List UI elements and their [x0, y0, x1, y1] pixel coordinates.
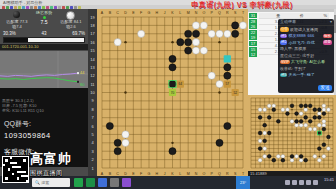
white-stone [299, 123, 303, 127]
white-stone [327, 147, 331, 151]
wechat-qr-code [2, 156, 29, 183]
chat-collapse-icon[interactable]: ▾ [330, 19, 332, 25]
white-stone [308, 127, 312, 131]
qq-group-label: QQ群号: [0, 113, 88, 129]
svg-text:70: 70 [171, 91, 175, 95]
black-stone [263, 123, 267, 127]
black-stone [258, 116, 262, 120]
row-coordinate-label: 14 [88, 57, 97, 62]
taskbar-app-icon[interactable] [110, 178, 119, 187]
analysis-info-line: 001-1720-001-10-10 [0, 44, 88, 50]
main-go-board[interactable]: 19181716151413121110987654321 AABBCCDDEE… [88, 9, 248, 176]
black-stone [322, 127, 326, 131]
white-stone [290, 158, 294, 162]
white-stone [200, 22, 207, 29]
white-stone [304, 108, 308, 112]
engine-eval: 绝艺形势 7.5 [29, 10, 59, 25]
black-stone [313, 116, 317, 120]
black-stone [114, 139, 121, 146]
spreadsheet-cell: 15 [249, 47, 257, 52]
black-stone [290, 104, 294, 108]
white-stone [263, 131, 267, 135]
black-stone [185, 30, 192, 37]
black-stone [232, 22, 239, 29]
row-coordinate-label: 5 [88, 132, 97, 137]
watermark-sub-text: 围棋直播间 [30, 169, 72, 178]
white-stone [208, 30, 215, 37]
row-coordinate-label: 3 [88, 149, 97, 154]
black-stone [304, 116, 308, 120]
white-stone [322, 119, 326, 123]
black-stone [169, 148, 176, 155]
white-stone [327, 108, 331, 112]
white-stone [313, 127, 317, 131]
chat-user-badge: SVIP [280, 60, 290, 65]
black-stone [317, 131, 321, 135]
white-stone [317, 123, 321, 127]
black-stone [169, 55, 176, 62]
black-stone [258, 131, 262, 135]
black-stone [299, 119, 303, 123]
black-stone [272, 158, 276, 162]
column-header: 价 [282, 13, 305, 18]
secondary-go-board[interactable] [248, 95, 336, 171]
chat-send-button[interactable]: 发送 [318, 85, 332, 91]
chat-message-list[interactable]: 公告欢迎进入直播间榜1棋友8888: 666舰长榜2小目飞刀: 白优提督路人甲:… [278, 26, 334, 78]
white-stone [299, 158, 303, 162]
black-stone [295, 112, 299, 116]
chat-message-text: 星位点三三: 这手好 [280, 53, 314, 58]
chat-user-badge: 榜1 [280, 34, 287, 39]
svg-text:52: 52 [233, 91, 237, 95]
svg-text:Q: Q [218, 11, 221, 15]
black-stone [295, 119, 299, 123]
white-stone [258, 108, 262, 112]
row-coordinate-label: 10 [88, 90, 97, 95]
white-stone [122, 139, 129, 146]
white-stone [258, 158, 262, 162]
chat-user-badge: 榜2 [280, 40, 287, 45]
column-header: % [306, 13, 329, 18]
board-row-coordinates: 19181716151413121110987654321 [88, 9, 97, 176]
white-stone [295, 123, 299, 127]
white-stone [192, 47, 199, 54]
row-coordinate-label: 8 [88, 107, 97, 112]
svg-text:J: J [164, 11, 166, 15]
column-header: 量 [259, 13, 282, 18]
white-stone [192, 39, 199, 46]
svg-text:H: H [156, 172, 159, 176]
svg-text:N: N [195, 172, 198, 176]
chat-message-text: 棋友8888: 666 [288, 33, 314, 38]
black-stone [317, 116, 321, 120]
row-coordinate-label: 1 [88, 166, 97, 171]
white-stone [192, 22, 199, 29]
spreadsheet-cell: 19 [249, 35, 257, 40]
svg-text:D: D [124, 11, 127, 15]
svg-text:C: C [116, 172, 119, 176]
svg-text:H: H [156, 11, 159, 15]
svg-text:N: N [195, 11, 198, 15]
white-stone [239, 22, 246, 29]
svg-text:R: R [226, 172, 229, 176]
black-stone [263, 139, 267, 143]
black-stone [317, 108, 321, 112]
search-icon: 🔍 [35, 180, 40, 185]
chat-header: 互动弹幕 ▾ [278, 19, 334, 26]
black-stone [185, 39, 192, 46]
black-match-sub: 吻7.4 [2, 24, 32, 29]
black-stone [258, 147, 262, 151]
taskbar-app-icon[interactable] [86, 178, 95, 187]
black-stone [276, 119, 280, 123]
white-stone [281, 154, 285, 158]
spreadsheet-cell: 12 [249, 52, 257, 57]
live-chat-panel[interactable]: 互动弹幕 ▾ 公告欢迎进入直播间榜1棋友8888: 666舰长榜2小目飞刀: 白… [278, 19, 334, 93]
black-stone [267, 154, 271, 158]
white-stone [281, 108, 285, 112]
chat-user-badge: 公告 [280, 27, 289, 32]
search-placeholder: 搜索 [41, 180, 49, 185]
players-bar: 匹配度 77.3 吻7.4 绝艺形势 7.5 匹配度 84.1 吻2.6 [0, 9, 88, 31]
winrate-numbers: 30.3% 43 69.7% [0, 31, 88, 37]
chat-user-badge: 榜3 [280, 73, 287, 78]
match-title-banner: 申真谞(九段) VS 李轩豪(九段) [148, 0, 336, 9]
svg-text:G: G [148, 11, 151, 15]
chat-rank-tag: 提督 [323, 40, 332, 45]
move-number: 43 [41, 31, 46, 37]
qq-group-number: 1093059864 [0, 129, 88, 140]
white-stone [299, 112, 303, 116]
white-stone [267, 104, 271, 108]
row-coordinate-label: 16 [88, 40, 97, 45]
svg-text:Q: Q [218, 172, 221, 176]
white-stone [263, 147, 267, 151]
winrate-bar-black-segment [4, 38, 28, 42]
svg-text:O: O [202, 11, 205, 15]
black-winrate: 30.3% [3, 31, 16, 37]
black-stone [224, 122, 231, 129]
white-stone [322, 108, 326, 112]
chat-message-text: 天元一手: 稳了 [288, 72, 314, 77]
taskbar-search-input[interactable]: 🔍 搜索 [32, 178, 70, 187]
black-stone [304, 104, 308, 108]
svg-text:80: 80 [80, 82, 85, 87]
background-spreadsheet-window[interactable]: 3128262219171512 量价%3.27.41+2.11.85.12-0… [248, 9, 336, 95]
white-stone [114, 39, 121, 46]
spreadsheet-cell: 17 [249, 41, 257, 46]
row-coordinate-label: 11 [88, 82, 97, 87]
black-stone [177, 39, 184, 46]
row-coordinate-label: 9 [88, 98, 97, 103]
black-player-stats: 匹配度 77.3 吻7.4 [2, 19, 32, 29]
black-stone [267, 131, 271, 135]
mini-board-canvas[interactable] [248, 95, 336, 171]
svg-text:J: J [164, 172, 166, 176]
white-stone [208, 72, 215, 79]
black-stone [281, 158, 285, 162]
row-coordinate-label: 12 [88, 73, 97, 78]
white-winrate: 69.7% [72, 31, 85, 37]
white-stone [322, 154, 326, 158]
main-board-canvas[interactable]: AABBCCDDEEFFGGHHJJKKLLMMNNOOPPQQRRSSTT64… [97, 9, 248, 176]
row-coordinate-label: 19 [88, 15, 97, 20]
tray-icon[interactable] [299, 180, 304, 185]
row-coordinate-label: 7 [88, 115, 97, 120]
white-stone [276, 154, 280, 158]
white-stone [258, 139, 262, 143]
svg-text:G: G [148, 172, 151, 176]
taskbar-clock[interactable]: 15:41 [324, 178, 334, 183]
tray-icon[interactable] [313, 180, 318, 185]
svg-text:L: L [179, 172, 181, 176]
black-player-stone-icon [13, 11, 20, 18]
taskbar-weather-widget[interactable]: 23° [236, 176, 250, 189]
black-stone [192, 30, 199, 37]
row-coordinate-label: 4 [88, 140, 97, 145]
black-stone [322, 112, 326, 116]
winrate-bar [3, 37, 85, 43]
white-stone [224, 30, 231, 37]
engine-name: 绝艺形势 [29, 10, 59, 15]
svg-text:O: O [202, 172, 205, 176]
svg-text:M: M [187, 11, 190, 15]
white-match-sub: 吻2.6 [56, 24, 86, 29]
chat-message-text: 路人甲: 黑棋厚 [280, 46, 306, 51]
white-stone [295, 154, 299, 158]
black-stone [232, 30, 239, 37]
tray-icon[interactable] [306, 180, 311, 185]
svg-text:R: R [226, 11, 229, 15]
black-stone [224, 72, 231, 79]
black-stone [299, 154, 303, 158]
white-player-stats: 匹配度 84.1 吻2.6 [56, 19, 86, 29]
white-stone [263, 108, 267, 112]
chat-message-text: 大飞守角: AI怎么看 [291, 59, 325, 64]
spreadsheet-cell: 22 [249, 30, 257, 35]
chat-rank-tag: 舰长 [323, 34, 332, 39]
watermark-main-text: 高富帅 [30, 150, 72, 168]
row-coordinate-label: 18 [88, 23, 97, 28]
row-coordinate-label: 17 [88, 31, 97, 36]
ai-move-marker [224, 55, 231, 62]
svg-text:44: 44 [80, 70, 85, 75]
white-stone [200, 47, 207, 54]
spreadsheet-toolbar [248, 9, 336, 12]
black-stone [308, 104, 312, 108]
svg-text:57: 57 [226, 82, 230, 86]
taskbar-app-icon[interactable] [74, 178, 83, 187]
spreadsheet-cell: 28 [249, 19, 257, 24]
black-stone [114, 148, 121, 155]
black-stone [322, 143, 326, 147]
svg-text:C: C [116, 11, 119, 15]
black-stone [313, 108, 317, 112]
chat-message-text: 欢迎进入直播间 [290, 27, 318, 32]
tray-icon[interactable] [285, 180, 290, 185]
white-stone [286, 108, 290, 112]
black-stone [327, 135, 331, 139]
black-stone [169, 64, 176, 71]
black-stone [304, 158, 308, 162]
chat-message-text: 收音机: 学到了 [280, 66, 306, 71]
row-coordinate-label: 13 [88, 65, 97, 70]
qr-module [26, 180, 28, 182]
white-stone [317, 112, 321, 116]
black-stone [224, 64, 231, 71]
chat-message: 榜3天元一手: 稳了 [278, 72, 334, 79]
svg-text:M: M [187, 172, 190, 176]
white-stone [304, 123, 308, 127]
stream-watermark: 高富帅 围棋直播间 [30, 150, 72, 178]
black-stone [317, 147, 321, 151]
white-stone [322, 123, 326, 127]
white-stone [216, 81, 223, 88]
black-stone [290, 154, 294, 158]
white-stone [313, 154, 317, 158]
black-stone [106, 122, 113, 129]
taskbar-app-icon[interactable] [98, 178, 107, 187]
white-stone [290, 119, 294, 123]
chat-title: 互动弹幕 [280, 19, 296, 25]
black-stone [308, 119, 312, 123]
black-stone [169, 81, 176, 88]
white-stone [263, 154, 267, 158]
black-stone [299, 104, 303, 108]
white-stone [138, 30, 145, 37]
white-stone [216, 30, 223, 37]
black-stone [216, 139, 223, 146]
engine-score: 7.5 [29, 20, 59, 25]
svg-text:64: 64 [179, 82, 183, 86]
white-stone [322, 104, 326, 108]
spreadsheet-cell: 26 [249, 24, 257, 29]
chat-message-text: 小目飞刀: 白优 [288, 40, 314, 45]
svg-text:D: D [124, 172, 127, 176]
black-stone [267, 116, 271, 120]
tray-icon[interactable] [292, 180, 297, 185]
black-stone [185, 47, 192, 54]
desktop-screen: AI围棋助手 - 对局分析 申真谞(九段) VS 李轩豪(九段) 匹配度 77.… [0, 0, 336, 189]
white-stone [317, 158, 321, 162]
white-stone [272, 104, 276, 108]
black-stone [286, 112, 290, 116]
row-coordinate-label: 15 [88, 48, 97, 53]
row-coordinate-label: 6 [88, 124, 97, 129]
black-stone [272, 108, 276, 112]
svg-text:L: L [179, 11, 181, 15]
row-coordinate-label: 2 [88, 157, 97, 162]
ai-info-lines: 黑胜率 30.3 (-2.1)目差 -7.5 推荐: K10变化: K10 L1… [0, 88, 88, 113]
spreadsheet-cell: 31 [249, 13, 257, 18]
white-stone [122, 131, 129, 138]
taskbar-app-icon[interactable] [122, 178, 131, 187]
